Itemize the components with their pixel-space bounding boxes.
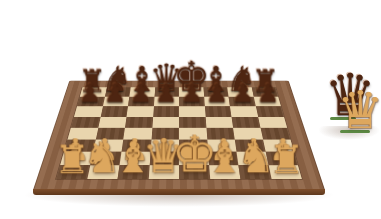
chess-board: ♜♞♝♛♚♝♞♜♟♟♟♟♟♟♟♟♟♟♟♟♟♟♟♟♜♞♝♛♚♝♞♜ xyxy=(33,81,325,190)
square-a6[interactable] xyxy=(74,106,102,116)
black-pawn-e7[interactable]: ♟ xyxy=(180,80,203,106)
square-h7[interactable]: ♟ xyxy=(253,97,281,107)
square-h5[interactable] xyxy=(258,117,287,128)
square-h6[interactable] xyxy=(255,106,283,116)
square-c5[interactable] xyxy=(125,117,153,128)
black-pawn-f7[interactable]: ♟ xyxy=(206,80,229,106)
square-a5[interactable] xyxy=(71,117,100,128)
square-f7[interactable]: ♟ xyxy=(204,97,230,107)
black-pawn-h7[interactable]: ♟ xyxy=(257,80,280,106)
square-d6[interactable] xyxy=(153,106,179,116)
square-g6[interactable] xyxy=(230,106,258,116)
black-pawn-a7[interactable]: ♟ xyxy=(78,80,101,106)
board-front-edge xyxy=(33,189,325,195)
black-pawn-g7[interactable]: ♟ xyxy=(231,80,254,106)
square-b5[interactable] xyxy=(98,117,127,128)
black-pawn-c7[interactable]: ♟ xyxy=(129,80,152,106)
white-rook-h1[interactable]: ♜ xyxy=(269,140,304,179)
square-b6[interactable] xyxy=(100,106,128,116)
square-e6[interactable] xyxy=(179,106,205,116)
square-c7[interactable]: ♟ xyxy=(128,97,154,107)
square-f6[interactable] xyxy=(204,106,231,116)
board-grid: ♜♞♝♛♚♝♞♜♟♟♟♟♟♟♟♟♟♟♟♟♟♟♟♟♜♞♝♛♚♝♞♜ xyxy=(56,87,302,179)
black-pawn-d7[interactable]: ♟ xyxy=(155,80,178,106)
square-f1[interactable]: ♝ xyxy=(209,165,241,179)
square-h1[interactable]: ♜ xyxy=(268,165,302,179)
square-d7[interactable]: ♟ xyxy=(154,97,179,107)
square-b7[interactable]: ♟ xyxy=(103,97,130,107)
square-e7[interactable]: ♟ xyxy=(179,97,204,107)
square-g7[interactable]: ♟ xyxy=(229,97,256,107)
black-pawn-b7[interactable]: ♟ xyxy=(104,80,127,106)
product-photo-stage: ♜♞♝♛♚♝♞♜♟♟♟♟♟♟♟♟♟♟♟♟♟♟♟♟♜♞♝♛♚♝♞♜ ♛ ♛ xyxy=(0,0,381,219)
square-g1[interactable]: ♞ xyxy=(238,165,271,179)
square-a7[interactable]: ♟ xyxy=(77,97,105,107)
square-g5[interactable] xyxy=(231,117,260,128)
square-c6[interactable] xyxy=(127,106,154,116)
spare-white-queen-piece[interactable]: ♛ xyxy=(337,84,381,136)
